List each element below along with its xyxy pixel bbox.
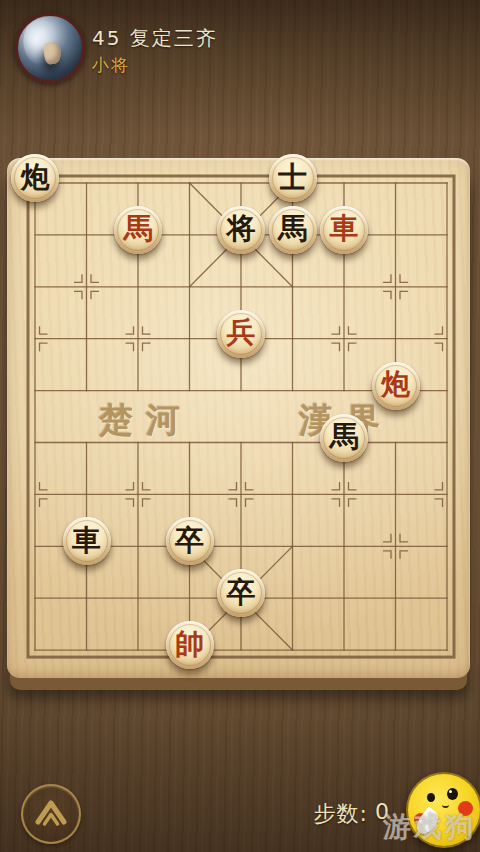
piece-glyph: 馬 — [330, 422, 359, 451]
piece-glyph: 兵 — [227, 318, 256, 347]
piece-black-horse[interactable]: 馬 — [269, 206, 317, 254]
app-screen: 45 复定三齐 小将 楚河 漢界 炮士馬将馬車兵炮馬車卒卒帥 步数:0 游戏狗 — [0, 0, 480, 852]
piece-red-general[interactable]: 帥 — [166, 621, 214, 669]
piece-black-chariot[interactable]: 車 — [63, 517, 111, 565]
chevron-up-icon — [23, 786, 79, 842]
piece-glyph: 将 — [227, 214, 256, 243]
piece-glyph: 車 — [72, 526, 101, 555]
piece-red-cannon[interactable]: 炮 — [372, 362, 420, 410]
level-title: 45 复定三齐 — [92, 25, 218, 52]
piece-black-advisor[interactable]: 士 — [269, 154, 317, 202]
site-watermark: 游戏狗 — [383, 808, 476, 846]
move-counter-label: 步数: — [314, 799, 368, 829]
xiangqi-board[interactable]: 楚河 漢界 炮士馬将馬車兵炮馬車卒卒帥 — [7, 158, 470, 678]
piece-glyph: 馬 — [124, 214, 153, 243]
piece-red-soldier[interactable]: 兵 — [217, 310, 265, 358]
expand-menu-button[interactable] — [21, 784, 81, 844]
piece-glyph: 卒 — [227, 578, 256, 607]
piece-black-cannon[interactable]: 炮 — [11, 154, 59, 202]
move-counter: 步数:0 — [314, 799, 390, 829]
piece-red-horse[interactable]: 馬 — [114, 206, 162, 254]
emoji-right-eye — [447, 788, 458, 800]
piece-glyph: 馬 — [278, 214, 307, 243]
avatar — [15, 13, 85, 83]
piece-black-soldier[interactable]: 卒 — [217, 569, 265, 617]
piece-glyph: 士 — [278, 163, 307, 192]
level-rank-label: 小将 — [92, 54, 130, 77]
piece-glyph: 帥 — [175, 630, 204, 659]
piece-black-horse[interactable]: 馬 — [320, 414, 368, 462]
river-label-left: 楚河 — [99, 402, 193, 438]
piece-glyph: 炮 — [381, 370, 410, 399]
piece-glyph: 卒 — [175, 526, 204, 555]
piece-red-chariot[interactable]: 車 — [320, 206, 368, 254]
piece-black-soldier[interactable]: 卒 — [166, 517, 214, 565]
emoji-left-eye — [427, 793, 435, 802]
piece-glyph: 炮 — [21, 163, 50, 192]
piece-black-general[interactable]: 将 — [217, 206, 265, 254]
piece-glyph: 車 — [330, 214, 359, 243]
emoji-mouth — [442, 801, 449, 808]
